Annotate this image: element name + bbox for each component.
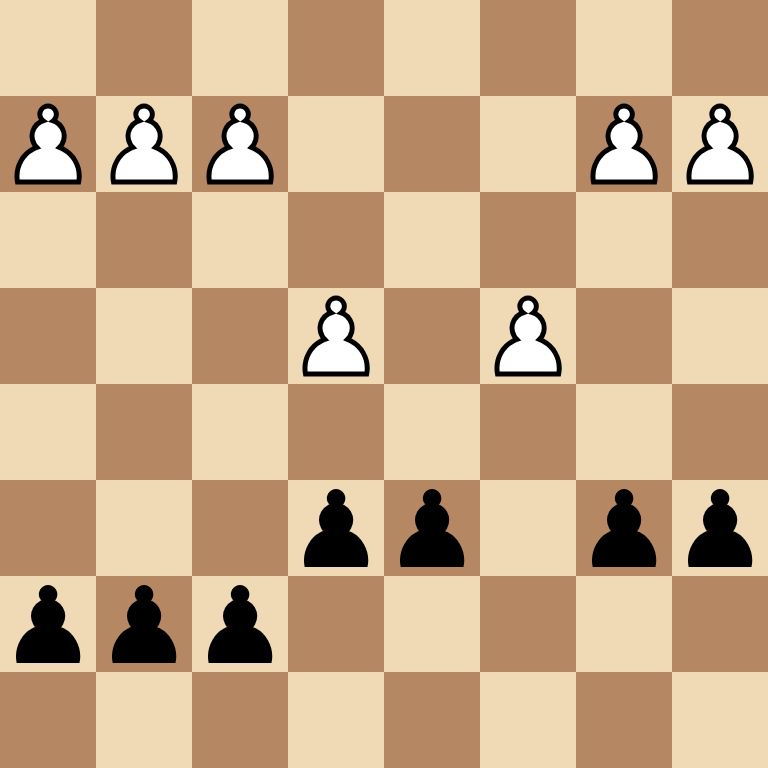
square-d8[interactable]: [384, 672, 480, 768]
square-f3[interactable]: [192, 192, 288, 288]
square-g7[interactable]: ♟: [96, 576, 192, 672]
square-a5[interactable]: [672, 384, 768, 480]
square-d7[interactable]: [384, 576, 480, 672]
square-e2[interactable]: [288, 96, 384, 192]
square-c6[interactable]: [480, 480, 576, 576]
square-c2[interactable]: [480, 96, 576, 192]
square-a6[interactable]: ♟: [672, 480, 768, 576]
square-e3[interactable]: [288, 192, 384, 288]
white-pawn[interactable]: ♟: [97, 98, 190, 192]
square-f1[interactable]: [192, 0, 288, 96]
square-d6[interactable]: ♟: [384, 480, 480, 576]
black-pawn[interactable]: ♟: [673, 482, 766, 576]
square-b7[interactable]: [576, 576, 672, 672]
square-h5[interactable]: [0, 384, 96, 480]
black-pawn[interactable]: ♟: [97, 578, 190, 672]
square-a2[interactable]: ♟: [672, 96, 768, 192]
square-g1[interactable]: [96, 0, 192, 96]
square-h6[interactable]: [0, 480, 96, 576]
square-b2[interactable]: ♟: [576, 96, 672, 192]
square-h1[interactable]: [0, 0, 96, 96]
square-c8[interactable]: [480, 672, 576, 768]
square-e1[interactable]: [288, 0, 384, 96]
square-c7[interactable]: [480, 576, 576, 672]
square-c4[interactable]: ♟: [480, 288, 576, 384]
square-d3[interactable]: [384, 192, 480, 288]
square-b4[interactable]: [576, 288, 672, 384]
square-d1[interactable]: [384, 0, 480, 96]
square-c5[interactable]: [480, 384, 576, 480]
white-pawn[interactable]: ♟: [289, 290, 382, 384]
black-pawn[interactable]: ♟: [289, 482, 382, 576]
square-d2[interactable]: [384, 96, 480, 192]
square-a7[interactable]: [672, 576, 768, 672]
square-g2[interactable]: ♟: [96, 96, 192, 192]
square-g8[interactable]: [96, 672, 192, 768]
black-pawn[interactable]: ♟: [193, 578, 286, 672]
square-b5[interactable]: [576, 384, 672, 480]
square-f5[interactable]: [192, 384, 288, 480]
square-f2[interactable]: ♟: [192, 96, 288, 192]
square-d4[interactable]: [384, 288, 480, 384]
square-h3[interactable]: [0, 192, 96, 288]
square-b1[interactable]: [576, 0, 672, 96]
square-a1[interactable]: [672, 0, 768, 96]
square-h7[interactable]: ♟: [0, 576, 96, 672]
square-e5[interactable]: [288, 384, 384, 480]
square-h4[interactable]: [0, 288, 96, 384]
black-pawn[interactable]: ♟: [1, 578, 94, 672]
square-c1[interactable]: [480, 0, 576, 96]
white-pawn[interactable]: ♟: [193, 98, 286, 192]
chess-board: ♟♟♟♟♟♟♟♟♟♟♟♟♟♟: [0, 0, 768, 768]
white-pawn[interactable]: ♟: [577, 98, 670, 192]
square-f7[interactable]: ♟: [192, 576, 288, 672]
square-a8[interactable]: [672, 672, 768, 768]
square-b6[interactable]: ♟: [576, 480, 672, 576]
black-pawn[interactable]: ♟: [577, 482, 670, 576]
square-f8[interactable]: [192, 672, 288, 768]
white-pawn[interactable]: ♟: [481, 290, 574, 384]
square-a3[interactable]: [672, 192, 768, 288]
square-e8[interactable]: [288, 672, 384, 768]
square-g6[interactable]: [96, 480, 192, 576]
square-a4[interactable]: [672, 288, 768, 384]
square-e7[interactable]: [288, 576, 384, 672]
square-f4[interactable]: [192, 288, 288, 384]
square-b8[interactable]: [576, 672, 672, 768]
square-h2[interactable]: ♟: [0, 96, 96, 192]
square-g3[interactable]: [96, 192, 192, 288]
square-d5[interactable]: [384, 384, 480, 480]
square-f6[interactable]: [192, 480, 288, 576]
square-e4[interactable]: ♟: [288, 288, 384, 384]
square-g4[interactable]: [96, 288, 192, 384]
white-pawn[interactable]: ♟: [1, 98, 94, 192]
black-pawn[interactable]: ♟: [385, 482, 478, 576]
square-h8[interactable]: [0, 672, 96, 768]
square-b3[interactable]: [576, 192, 672, 288]
square-c3[interactable]: [480, 192, 576, 288]
square-g5[interactable]: [96, 384, 192, 480]
white-pawn[interactable]: ♟: [673, 98, 766, 192]
square-e6[interactable]: ♟: [288, 480, 384, 576]
